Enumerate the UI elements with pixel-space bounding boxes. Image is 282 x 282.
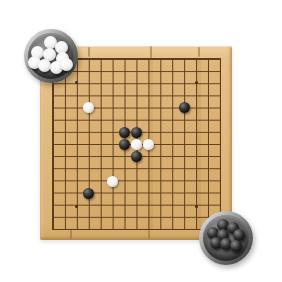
board-cell-B3[interactable] — [58, 200, 70, 212]
board-cell-O10[interactable] — [203, 114, 215, 126]
board-cell-N10[interactable] — [191, 114, 203, 126]
board-cell-O13[interactable] — [203, 77, 215, 89]
board-cell-E11[interactable] — [94, 101, 106, 113]
board-cell-B7[interactable] — [58, 151, 70, 163]
board-cell-A7[interactable] — [46, 151, 58, 163]
board-cell-P6[interactable] — [215, 163, 227, 175]
board-cell-G5[interactable] — [118, 175, 130, 187]
board-cell-P15[interactable] — [215, 52, 227, 64]
board-cell-K13[interactable] — [155, 77, 167, 89]
board-cell-P14[interactable] — [215, 64, 227, 76]
board-cell-M5[interactable] — [179, 175, 191, 187]
board-cell-M2[interactable] — [179, 212, 191, 224]
board-cell-P12[interactable] — [215, 89, 227, 101]
board-cell-E6[interactable] — [94, 163, 106, 175]
board-cell-D14[interactable] — [82, 64, 94, 76]
board-cell-N13[interactable] — [191, 77, 203, 89]
board-cell-C1[interactable] — [70, 225, 82, 237]
board-cell-G1[interactable] — [118, 225, 130, 237]
board-cell-B2[interactable] — [58, 212, 70, 224]
board-cell-P10[interactable] — [215, 114, 227, 126]
board-cell-P11[interactable] — [215, 101, 227, 113]
board-cell-B6[interactable] — [58, 163, 70, 175]
board-cell-F8[interactable] — [106, 138, 118, 150]
board-cell-H8[interactable] — [130, 138, 142, 150]
board-cell-N11[interactable] — [191, 101, 203, 113]
board-cell-N9[interactable] — [191, 126, 203, 138]
board-cell-G3[interactable] — [118, 200, 130, 212]
board-cell-O3[interactable] — [203, 200, 215, 212]
board-cell-L13[interactable] — [167, 77, 179, 89]
board-cell-H1[interactable] — [130, 225, 142, 237]
board-cell-J12[interactable] — [143, 89, 155, 101]
board-cell-J6[interactable] — [143, 163, 155, 175]
board-cell-B1[interactable] — [58, 225, 70, 237]
board-cell-E4[interactable] — [94, 188, 106, 200]
go-board-illustration — [0, 0, 282, 282]
board-cell-M14[interactable] — [179, 64, 191, 76]
board-cell-E1[interactable] — [94, 225, 106, 237]
board-cell-J5[interactable] — [143, 175, 155, 187]
board-cell-E3[interactable] — [94, 200, 106, 212]
board-cell-L14[interactable] — [167, 64, 179, 76]
board-cell-B8[interactable] — [58, 138, 70, 150]
board-cell-P9[interactable] — [215, 126, 227, 138]
board-cell-J11[interactable] — [143, 101, 155, 113]
board-cell-N4[interactable] — [191, 188, 203, 200]
board-cell-C11[interactable] — [70, 101, 82, 113]
board-cell-A5[interactable] — [46, 175, 58, 187]
board-cell-K6[interactable] — [155, 163, 167, 175]
board-cell-M3[interactable] — [179, 200, 191, 212]
board-cell-L6[interactable] — [167, 163, 179, 175]
board-cell-F5[interactable] — [106, 175, 118, 187]
board-cell-K4[interactable] — [155, 188, 167, 200]
board-cell-C8[interactable] — [70, 138, 82, 150]
board-cell-F14[interactable] — [106, 64, 118, 76]
board-cell-A12[interactable] — [46, 89, 58, 101]
board-cell-F9[interactable] — [106, 126, 118, 138]
board-cell-H6[interactable] — [130, 163, 142, 175]
board-cell-G14[interactable] — [118, 64, 130, 76]
board-cell-E9[interactable] — [94, 126, 106, 138]
board-cell-E12[interactable] — [94, 89, 106, 101]
board-cell-N6[interactable] — [191, 163, 203, 175]
board-cell-M7[interactable] — [179, 151, 191, 163]
board-cell-D7[interactable] — [82, 151, 94, 163]
board-cell-M8[interactable] — [179, 138, 191, 150]
star-point — [75, 81, 78, 84]
board-cell-K10[interactable] — [155, 114, 167, 126]
board-cell-A10[interactable] — [46, 114, 58, 126]
board-cell-L2[interactable] — [167, 212, 179, 224]
board-cell-C9[interactable] — [70, 126, 82, 138]
board-cell-P7[interactable] — [215, 151, 227, 163]
board-cell-H10[interactable] — [130, 114, 142, 126]
board-cell-J1[interactable] — [143, 225, 155, 237]
board-cell-G9[interactable] — [118, 126, 130, 138]
board-cell-C5[interactable] — [70, 175, 82, 187]
black-stone — [131, 151, 142, 162]
board-cell-E8[interactable] — [94, 138, 106, 150]
board-cell-K12[interactable] — [155, 89, 167, 101]
board-cell-F2[interactable] — [106, 212, 118, 224]
board-cell-G4[interactable] — [118, 188, 130, 200]
board-cell-L5[interactable] — [167, 175, 179, 187]
board-cell-C6[interactable] — [70, 163, 82, 175]
board-cell-H3[interactable] — [130, 200, 142, 212]
board-cell-G10[interactable] — [118, 114, 130, 126]
intersection-grid — [46, 52, 227, 237]
black-stone — [131, 127, 142, 138]
board-cell-E13[interactable] — [94, 77, 106, 89]
board-cell-N14[interactable] — [191, 64, 203, 76]
board-cell-O8[interactable] — [203, 138, 215, 150]
star-point — [195, 81, 198, 84]
board-cell-F10[interactable] — [106, 114, 118, 126]
board-cell-O14[interactable] — [203, 64, 215, 76]
board-cell-A4[interactable] — [46, 188, 58, 200]
board-cell-O11[interactable] — [203, 101, 215, 113]
board-cell-B12[interactable] — [58, 89, 70, 101]
white-stone — [83, 102, 94, 113]
board-cell-O9[interactable] — [203, 126, 215, 138]
board-cell-L8[interactable] — [167, 138, 179, 150]
board-cell-L4[interactable] — [167, 188, 179, 200]
board-cell-B4[interactable] — [58, 188, 70, 200]
board-cell-E5[interactable] — [94, 175, 106, 187]
board-cell-O12[interactable] — [203, 89, 215, 101]
black-stones-bowl[interactable] — [199, 211, 253, 265]
board-cell-J13[interactable] — [143, 77, 155, 89]
board-cell-G8[interactable] — [118, 138, 130, 150]
board-cell-D8[interactable] — [82, 138, 94, 150]
white-stone — [143, 139, 154, 150]
board-cell-H15[interactable] — [130, 52, 142, 64]
board-cell-P4[interactable] — [215, 188, 227, 200]
board-cell-M11[interactable] — [179, 101, 191, 113]
board-cell-J7[interactable] — [143, 151, 155, 163]
board-cell-D11[interactable] — [82, 101, 94, 113]
black-stone — [179, 102, 190, 113]
star-point — [75, 205, 78, 208]
board-cell-D6[interactable] — [82, 163, 94, 175]
board-cell-F7[interactable] — [106, 151, 118, 163]
star-point — [195, 205, 198, 208]
board-cell-C2[interactable] — [70, 212, 82, 224]
board-cell-K7[interactable] — [155, 151, 167, 163]
board-cell-P5[interactable] — [215, 175, 227, 187]
board-cell-G11[interactable] — [118, 101, 130, 113]
board-cell-C12[interactable] — [70, 89, 82, 101]
black-stone — [119, 139, 130, 150]
board-cell-F11[interactable] — [106, 101, 118, 113]
board-cell-H7[interactable] — [130, 151, 142, 163]
board-cell-O5[interactable] — [203, 175, 215, 187]
board-cell-H13[interactable] — [130, 77, 142, 89]
board-cell-B10[interactable] — [58, 114, 70, 126]
board-cell-N8[interactable] — [191, 138, 203, 150]
board-cell-N15[interactable] — [191, 52, 203, 64]
board-cell-K8[interactable] — [155, 138, 167, 150]
board-cell-K5[interactable] — [155, 175, 167, 187]
board-cell-C13[interactable] — [70, 77, 82, 89]
board-cell-P8[interactable] — [215, 138, 227, 150]
board-cell-H5[interactable] — [130, 175, 142, 187]
board-cell-E2[interactable] — [94, 212, 106, 224]
board-cell-J3[interactable] — [143, 200, 155, 212]
board-cell-D12[interactable] — [82, 89, 94, 101]
board-cell-B5[interactable] — [58, 175, 70, 187]
board-cell-G6[interactable] — [118, 163, 130, 175]
board-cell-D5[interactable] — [82, 175, 94, 187]
board-cell-H12[interactable] — [130, 89, 142, 101]
board-cell-E15[interactable] — [94, 52, 106, 64]
board-cell-F4[interactable] — [106, 188, 118, 200]
board-cell-M4[interactable] — [179, 188, 191, 200]
board-cell-E7[interactable] — [94, 151, 106, 163]
board-cell-P13[interactable] — [215, 77, 227, 89]
board-cell-D1[interactable] — [82, 225, 94, 237]
board-cell-D4[interactable] — [82, 188, 94, 200]
board-cell-G2[interactable] — [118, 212, 130, 224]
board-cell-D3[interactable] — [82, 200, 94, 212]
board-cell-J4[interactable] — [143, 188, 155, 200]
board-cell-M15[interactable] — [179, 52, 191, 64]
board-cell-F15[interactable] — [106, 52, 118, 64]
white-stone — [107, 176, 118, 187]
board-cell-D13[interactable] — [82, 77, 94, 89]
board-cell-C3[interactable] — [70, 200, 82, 212]
board-cell-K2[interactable] — [155, 212, 167, 224]
white-stones-bowl[interactable] — [24, 29, 78, 83]
board-cell-L12[interactable] — [167, 89, 179, 101]
board-cell-G13[interactable] — [118, 77, 130, 89]
board-cell-L9[interactable] — [167, 126, 179, 138]
board-cell-H9[interactable] — [130, 126, 142, 138]
board-cell-L1[interactable] — [167, 225, 179, 237]
board-cell-J9[interactable] — [143, 126, 155, 138]
board-cell-D15[interactable] — [82, 52, 94, 64]
board-cell-F3[interactable] — [106, 200, 118, 212]
board-cell-H4[interactable] — [130, 188, 142, 200]
board-cell-N3[interactable] — [191, 200, 203, 212]
board-cell-F6[interactable] — [106, 163, 118, 175]
board-cell-A1[interactable] — [46, 225, 58, 237]
board-cell-B9[interactable] — [58, 126, 70, 138]
board-cell-J10[interactable] — [143, 114, 155, 126]
board-cell-G12[interactable] — [118, 89, 130, 101]
board-cell-K14[interactable] — [155, 64, 167, 76]
board-cell-M13[interactable] — [179, 77, 191, 89]
board-cell-O7[interactable] — [203, 151, 215, 163]
board-cell-C10[interactable] — [70, 114, 82, 126]
board-cell-M12[interactable] — [179, 89, 191, 101]
board-cell-N12[interactable] — [191, 89, 203, 101]
white-bowl-stone — [38, 59, 51, 72]
board-cell-C7[interactable] — [70, 151, 82, 163]
board-cell-G15[interactable] — [118, 52, 130, 64]
board-cell-H14[interactable] — [130, 64, 142, 76]
board-cell-L7[interactable] — [167, 151, 179, 163]
board-cell-C4[interactable] — [70, 188, 82, 200]
board-cell-H2[interactable] — [130, 212, 142, 224]
board-cell-K9[interactable] — [155, 126, 167, 138]
board-cell-O4[interactable] — [203, 188, 215, 200]
board-cell-D9[interactable] — [82, 126, 94, 138]
board-cell-N7[interactable] — [191, 151, 203, 163]
board-cell-M6[interactable] — [179, 163, 191, 175]
board-cell-H11[interactable] — [130, 101, 142, 113]
board-cell-G7[interactable] — [118, 151, 130, 163]
board-cell-A9[interactable] — [46, 126, 58, 138]
board-cell-O6[interactable] — [203, 163, 215, 175]
board-cell-M9[interactable] — [179, 126, 191, 138]
board-cell-B11[interactable] — [58, 101, 70, 113]
black-stone — [83, 188, 94, 199]
board-cell-N5[interactable] — [191, 175, 203, 187]
board-cell-K11[interactable] — [155, 101, 167, 113]
board-cell-A8[interactable] — [46, 138, 58, 150]
board-cell-O15[interactable] — [203, 52, 215, 64]
board-cell-L3[interactable] — [167, 200, 179, 212]
board-cell-D2[interactable] — [82, 212, 94, 224]
board-cell-L15[interactable] — [167, 52, 179, 64]
board-cell-A2[interactable] — [46, 212, 58, 224]
board-cell-A3[interactable] — [46, 200, 58, 212]
board-cell-F13[interactable] — [106, 77, 118, 89]
board-cell-E10[interactable] — [94, 114, 106, 126]
black-bowl-stone — [230, 240, 242, 252]
board-cell-J15[interactable] — [143, 52, 155, 64]
white-bowl-stone — [60, 58, 73, 71]
board-cell-J2[interactable] — [143, 212, 155, 224]
board-cell-N2[interactable] — [191, 212, 203, 224]
board-cell-J14[interactable] — [143, 64, 155, 76]
board-cell-A6[interactable] — [46, 163, 58, 175]
board-cell-L11[interactable] — [167, 101, 179, 113]
board-cell-M1[interactable] — [179, 225, 191, 237]
board-cell-E14[interactable] — [94, 64, 106, 76]
white-stone — [131, 139, 142, 150]
board-cell-K3[interactable] — [155, 200, 167, 212]
board-cell-F1[interactable] — [106, 225, 118, 237]
board-cell-M10[interactable] — [179, 114, 191, 126]
board-cell-L10[interactable] — [167, 114, 179, 126]
board-cell-D10[interactable] — [82, 114, 94, 126]
board-cell-K1[interactable] — [155, 225, 167, 237]
board-cell-F12[interactable] — [106, 89, 118, 101]
board-cell-K15[interactable] — [155, 52, 167, 64]
board-cell-A11[interactable] — [46, 101, 58, 113]
black-stone — [119, 127, 130, 138]
board-cell-J8[interactable] — [143, 138, 155, 150]
